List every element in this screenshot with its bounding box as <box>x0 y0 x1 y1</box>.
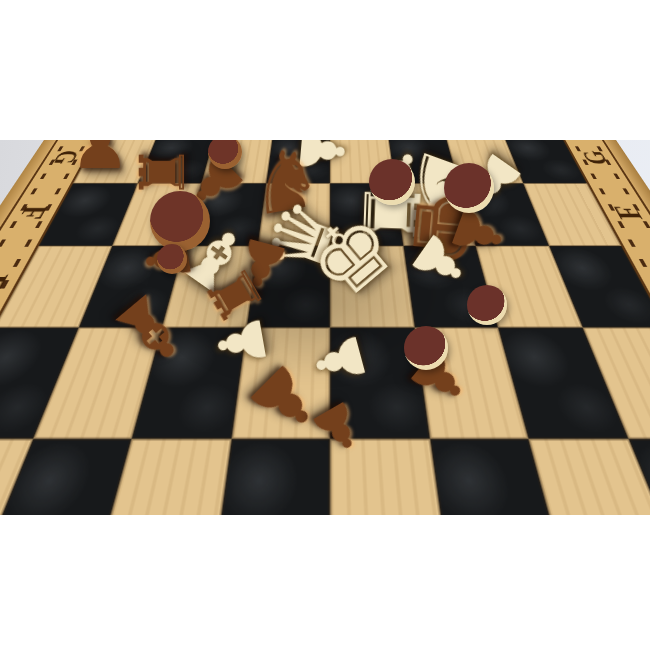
coordinate-label: G <box>548 146 643 169</box>
white-piece-felt-base <box>404 326 448 370</box>
white-piece-felt-base <box>444 163 494 213</box>
chess-set-photo: GFED GF ♟♟♜♟♟♞♞♟♜♚♟♛♝♚♟♟♟♜♝♟♟♟♟♟ <box>0 140 650 515</box>
brown-pawn-piece: ♟ <box>70 140 129 179</box>
coordinate-label: F <box>0 199 86 228</box>
brown-piece-felt-base <box>150 191 210 251</box>
brown-piece-felt-base <box>157 244 187 274</box>
product-photo-page: GFED GF ♟♟♜♟♟♞♞♟♜♚♟♛♝♚♟♟♟♜♝♟♟♟♟♟ <box>0 0 650 650</box>
white-piece-felt-base <box>467 285 507 325</box>
white-piece-felt-base <box>369 159 415 205</box>
